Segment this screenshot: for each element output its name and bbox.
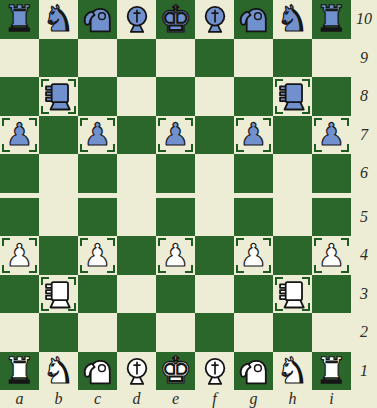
square-d5[interactable]: [117, 198, 156, 237]
square-g8[interactable]: [234, 77, 273, 116]
rank-label-1: 1: [351, 352, 377, 391]
square-c7[interactable]: ♟: [78, 116, 117, 155]
square-h10[interactable]: ♞: [273, 0, 312, 39]
white-pawn-g4[interactable]: ♟: [240, 240, 268, 271]
square-g5[interactable]: [234, 198, 273, 237]
blue-cannon-b8[interactable]: [41, 78, 77, 114]
square-c10[interactable]: [78, 0, 117, 39]
square-b8[interactable]: [39, 77, 78, 116]
square-b5[interactable]: [39, 198, 78, 237]
white-elephant-g1[interactable]: [236, 353, 272, 389]
square-g4[interactable]: ♟: [234, 236, 273, 275]
square-h3[interactable]: [273, 275, 312, 314]
white-pawn-c4[interactable]: ♟: [84, 240, 112, 271]
square-h7[interactable]: [273, 116, 312, 155]
blue-rook-i10[interactable]: ♜: [315, 1, 347, 37]
square-d10[interactable]: [117, 0, 156, 39]
square-a2[interactable]: [0, 313, 39, 352]
file-label-g: g: [234, 389, 273, 408]
square-b1[interactable]: ♞: [39, 352, 78, 391]
square-c8[interactable]: [78, 77, 117, 116]
square-d6[interactable]: [117, 154, 156, 193]
square-a4[interactable]: ♟: [0, 236, 39, 275]
square-e10[interactable]: ♚: [156, 0, 195, 39]
square-g2[interactable]: [234, 313, 273, 352]
square-f10[interactable]: [195, 0, 234, 39]
file-label-e: e: [156, 389, 195, 408]
white-knight-b1[interactable]: ♞: [42, 353, 74, 389]
square-g3[interactable]: [234, 275, 273, 314]
square-c3[interactable]: [78, 275, 117, 314]
square-i6[interactable]: [312, 154, 351, 193]
blue-elephant-c10[interactable]: [80, 1, 116, 37]
file-label-h: h: [273, 389, 312, 408]
rank-label-2: 2: [351, 313, 377, 352]
square-d1[interactable]: [117, 352, 156, 391]
square-a1[interactable]: ♜: [0, 352, 39, 391]
square-h1[interactable]: ♞: [273, 352, 312, 391]
square-a6[interactable]: [0, 154, 39, 193]
square-h2[interactable]: [273, 313, 312, 352]
square-e5[interactable]: [156, 198, 195, 237]
square-c1[interactable]: [78, 352, 117, 391]
rank-labels: 10987654321: [351, 0, 377, 390]
blue-pawn-g7[interactable]: ♟: [240, 119, 268, 150]
square-f4[interactable]: [195, 236, 234, 275]
square-b3[interactable]: [39, 275, 78, 314]
square-i7[interactable]: ♟: [312, 116, 351, 155]
white-rook-i1[interactable]: ♜: [315, 353, 347, 389]
square-i8[interactable]: [312, 77, 351, 116]
square-e4[interactable]: ♟: [156, 236, 195, 275]
blue-pawn-i7[interactable]: ♟: [318, 119, 346, 150]
blue-advisor-d10[interactable]: [119, 1, 155, 37]
square-e1[interactable]: ♚: [156, 352, 195, 391]
file-labels: abcdefghi: [0, 389, 351, 408]
white-king-e1[interactable]: ♚: [159, 352, 192, 389]
rank-label-10: 10: [351, 0, 377, 39]
square-d2[interactable]: [117, 313, 156, 352]
blue-pawn-c7[interactable]: ♟: [84, 119, 112, 150]
square-d9[interactable]: [117, 39, 156, 78]
square-c6[interactable]: [78, 154, 117, 193]
rank-label-5: 5: [351, 198, 377, 237]
blue-cannon-h8[interactable]: [275, 78, 311, 114]
square-f7[interactable]: [195, 116, 234, 155]
square-h5[interactable]: [273, 198, 312, 237]
square-f3[interactable]: [195, 275, 234, 314]
square-i2[interactable]: [312, 313, 351, 352]
white-advisor-f1[interactable]: [197, 353, 233, 389]
square-e7[interactable]: ♟: [156, 116, 195, 155]
blue-knight-h10[interactable]: ♞: [276, 1, 308, 37]
square-b2[interactable]: [39, 313, 78, 352]
white-cannon-h3[interactable]: [275, 276, 311, 312]
square-i3[interactable]: [312, 275, 351, 314]
white-rook-a1[interactable]: ♜: [3, 353, 35, 389]
square-f9[interactable]: [195, 39, 234, 78]
file-label-d: d: [117, 389, 156, 408]
white-cannon-b3[interactable]: [41, 276, 77, 312]
square-a9[interactable]: [0, 39, 39, 78]
file-label-f: f: [195, 389, 234, 408]
square-h6[interactable]: [273, 154, 312, 193]
square-a7[interactable]: ♟: [0, 116, 39, 155]
square-a3[interactable]: [0, 275, 39, 314]
square-c4[interactable]: ♟: [78, 236, 117, 275]
square-h8[interactable]: [273, 77, 312, 116]
square-f1[interactable]: [195, 352, 234, 391]
square-f8[interactable]: [195, 77, 234, 116]
square-h4[interactable]: [273, 236, 312, 275]
blue-knight-b10[interactable]: ♞: [42, 1, 74, 37]
rank-label-6: 6: [351, 154, 377, 193]
square-g7[interactable]: ♟: [234, 116, 273, 155]
square-h9[interactable]: [273, 39, 312, 78]
blue-advisor-f10[interactable]: [197, 1, 233, 37]
square-a10[interactable]: ♜: [0, 0, 39, 39]
square-g6[interactable]: [234, 154, 273, 193]
file-label-i: i: [312, 389, 351, 408]
square-e9[interactable]: [156, 39, 195, 78]
file-label-b: b: [39, 389, 78, 408]
rank-label-9: 9: [351, 39, 377, 78]
square-e8[interactable]: [156, 77, 195, 116]
blue-rook-a10[interactable]: ♜: [3, 1, 35, 37]
square-i4[interactable]: ♟: [312, 236, 351, 275]
square-d3[interactable]: [117, 275, 156, 314]
square-b6[interactable]: [39, 154, 78, 193]
square-e2[interactable]: [156, 313, 195, 352]
square-f6[interactable]: [195, 154, 234, 193]
square-i10[interactable]: ♜: [312, 0, 351, 39]
white-pawn-e4[interactable]: ♟: [162, 240, 190, 271]
square-g1[interactable]: [234, 352, 273, 391]
square-d8[interactable]: [117, 77, 156, 116]
white-advisor-d1[interactable]: [119, 353, 155, 389]
blue-pawn-a7[interactable]: ♟: [6, 119, 34, 150]
square-g9[interactable]: [234, 39, 273, 78]
square-b9[interactable]: [39, 39, 78, 78]
square-i5[interactable]: [312, 198, 351, 237]
square-d4[interactable]: [117, 236, 156, 275]
square-b7[interactable]: [39, 116, 78, 155]
square-d7[interactable]: [117, 116, 156, 155]
square-c2[interactable]: [78, 313, 117, 352]
square-c9[interactable]: [78, 39, 117, 78]
square-b4[interactable]: [39, 236, 78, 275]
white-knight-h1[interactable]: ♞: [276, 353, 308, 389]
rank-label-3: 3: [351, 275, 377, 314]
blue-king-e10[interactable]: ♚: [159, 1, 192, 38]
white-elephant-c1[interactable]: [80, 353, 116, 389]
square-f5[interactable]: [195, 198, 234, 237]
file-label-c: c: [78, 389, 117, 408]
xiangqi-board: ♜♞♚♞♜♟♟♟♟♟♟♟♟♟♟♜♞♚♞♜: [0, 0, 351, 390]
square-e3[interactable]: [156, 275, 195, 314]
rank-label-7: 7: [351, 116, 377, 155]
file-label-a: a: [0, 389, 39, 408]
square-e6[interactable]: [156, 154, 195, 193]
square-c5[interactable]: [78, 198, 117, 237]
xiangqi-board-window: ♜♞♚♞♜♟♟♟♟♟♟♟♟♟♟♜♞♚♞♜ 10987654321 abcdefg…: [0, 0, 377, 408]
white-pawn-a4[interactable]: ♟: [6, 240, 34, 271]
white-pawn-i4[interactable]: ♟: [318, 240, 346, 271]
blue-pawn-e7[interactable]: ♟: [162, 119, 190, 150]
square-f2[interactable]: [195, 313, 234, 352]
square-b10[interactable]: ♞: [39, 0, 78, 39]
square-a8[interactable]: [0, 77, 39, 116]
square-i9[interactable]: [312, 39, 351, 78]
square-a5[interactable]: [0, 198, 39, 237]
square-i1[interactable]: ♜: [312, 352, 351, 391]
rank-label-8: 8: [351, 77, 377, 116]
blue-elephant-g10[interactable]: [236, 1, 272, 37]
square-g10[interactable]: [234, 0, 273, 39]
rank-label-4: 4: [351, 236, 377, 275]
